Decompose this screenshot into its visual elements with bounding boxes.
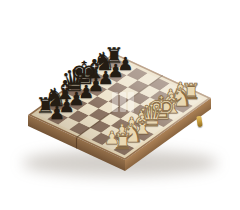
product-photo[interactable]: ♜♞♝♛♚♝♞♜♟♟♟♟♟♟♟♟♟♟♟♟♟♟♟♟♜♞♝♛♚♝♞♜ (0, 0, 240, 210)
pieces-layer: ♜♞♝♛♚♝♞♜♟♟♟♟♟♟♟♟♟♟♟♟♟♟♟♟♜♞♝♛♚♝♞♜ (0, 0, 240, 210)
piece-black-p-a7: ♟ (49, 104, 65, 122)
piece-white-r-a1: ♜ (113, 131, 133, 153)
